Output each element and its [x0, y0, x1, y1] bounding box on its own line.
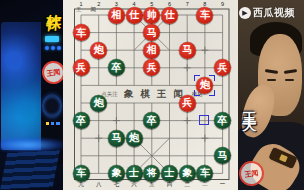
software-caption: 软件: [45, 2, 64, 7]
piece-black[interactable]: 士: [161, 165, 178, 182]
piece-black[interactable]: 卒: [73, 112, 90, 129]
column-label: 1: [79, 1, 82, 7]
column-label: 9: [221, 1, 224, 7]
piece-black[interactable]: 炮: [126, 130, 143, 147]
piece-black[interactable]: 车: [73, 165, 90, 182]
keyboard: [0, 150, 60, 190]
column-label: 7: [186, 1, 189, 7]
pc-led-dot: [57, 46, 61, 50]
player-photo-panel: ▶ 西瓜视频 王天一 王闻: [238, 0, 304, 190]
column-label: 八: [96, 181, 102, 188]
player-eye: [285, 79, 294, 81]
player-name: 王天一: [241, 100, 259, 121]
piece-black[interactable]: 马: [108, 130, 125, 147]
video-thumbnail: 王闻 软件 王闻 123456789 九八七六五四三二一 点关注 象棋王闻 横格…: [0, 0, 304, 190]
piece-red[interactable]: 兵: [73, 59, 90, 76]
pc-photo-panel: 王闻 软件: [0, 0, 63, 190]
pc-fan: [42, 94, 62, 118]
xigua-video-watermark: ▶ 西瓜视频: [239, 6, 295, 20]
move-origin-marker: [199, 115, 209, 125]
xigua-video-label: 西瓜视频: [253, 6, 295, 20]
piece-red[interactable]: 相: [108, 7, 125, 24]
piece-red[interactable]: 相: [143, 42, 160, 59]
pc-led-dot: [51, 46, 55, 50]
piece-black[interactable]: 象: [108, 165, 125, 182]
piece-red[interactable]: 仕: [126, 7, 143, 24]
piece-red[interactable]: 帅: [143, 7, 160, 24]
piece-red[interactable]: 马: [179, 42, 196, 59]
piece-black[interactable]: 象: [179, 165, 196, 182]
piece-red[interactable]: 兵: [179, 95, 196, 112]
pc-led-row: [46, 122, 60, 125]
pc-glass-side: [1, 22, 43, 150]
piece-red[interactable]: 仕: [161, 7, 178, 24]
piece-red[interactable]: 车: [196, 7, 213, 24]
pc-led-screen: [45, 36, 59, 42]
piece-red[interactable]: 车: [73, 24, 90, 41]
piece-red[interactable]: 炮: [90, 42, 107, 59]
last-move-marker: [194, 75, 215, 96]
player-eye: [267, 79, 276, 81]
xiangqi-board[interactable]: 王闻 123456789 九八七六五四三二一 点关注 象棋王闻 横格 相仕帅仕车…: [63, 0, 238, 190]
column-label: 一: [220, 181, 226, 188]
column-label: 2: [97, 1, 100, 7]
piece-black[interactable]: 炮: [90, 95, 107, 112]
play-icon: ▶: [239, 7, 251, 19]
piece-black[interactable]: 士: [126, 165, 143, 182]
pc-led-dot: [45, 46, 49, 50]
corner-watermark: 王闻: [76, 6, 105, 13]
